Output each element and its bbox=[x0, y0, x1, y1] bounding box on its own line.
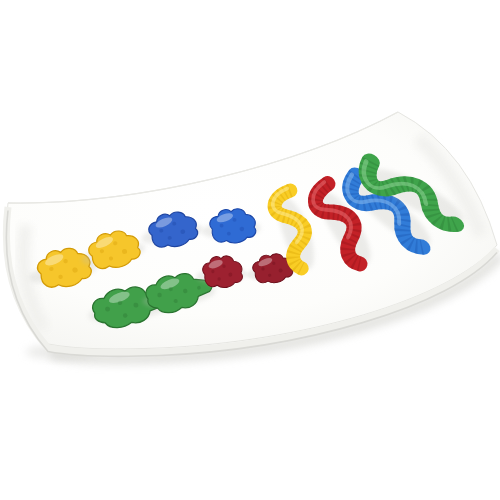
gummy-candy-photo bbox=[0, 0, 500, 500]
photo-stage bbox=[0, 0, 500, 500]
